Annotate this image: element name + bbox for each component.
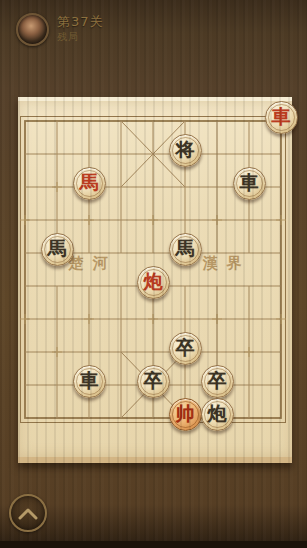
piece-black-卒[interactable]: 卒 [137, 365, 170, 398]
piece-black-馬[interactable]: 馬 [41, 233, 74, 266]
piece-red-帅[interactable]: 帅 [169, 398, 202, 431]
mode-label: 残局 [57, 32, 104, 42]
player-avatar[interactable] [16, 13, 49, 46]
level-label: 第37关 [57, 15, 104, 28]
piece-character: 将 [176, 140, 195, 159]
expand-button[interactable] [9, 494, 47, 532]
header-text: 第37关 残局 [57, 15, 104, 42]
piece-character: 卒 [144, 371, 163, 390]
bottom-edge-strip [0, 541, 307, 548]
piece-red-車[interactable]: 車 [265, 101, 298, 134]
chevron-up-icon [17, 506, 39, 521]
piece-character: 炮 [144, 272, 163, 291]
piece-character: 馬 [48, 239, 67, 258]
piece-character: 馬 [80, 173, 99, 192]
piece-character: 炮 [208, 404, 227, 423]
piece-black-車[interactable]: 車 [73, 365, 106, 398]
phone-screen: 第37关 残局 楚河 漢界 車将馬車馬馬炮卒車卒卒帅炮 [0, 0, 307, 548]
piece-black-馬[interactable]: 馬 [169, 233, 202, 266]
piece-black-炮[interactable]: 炮 [201, 398, 234, 431]
piece-character: 卒 [208, 371, 227, 390]
piece-black-車[interactable]: 車 [233, 167, 266, 200]
bottom-bar [0, 453, 307, 548]
top-bar: 第37关 残局 [0, 0, 307, 97]
piece-black-卒[interactable]: 卒 [201, 365, 234, 398]
piece-character: 帅 [176, 404, 195, 423]
piece-character: 車 [80, 371, 99, 390]
piece-red-馬[interactable]: 馬 [73, 167, 106, 200]
piece-character: 車 [240, 173, 259, 192]
piece-black-将[interactable]: 将 [169, 134, 202, 167]
piece-character: 馬 [176, 239, 195, 258]
piece-character: 車 [272, 107, 291, 126]
piece-red-炮[interactable]: 炮 [137, 266, 170, 299]
piece-black-卒[interactable]: 卒 [169, 332, 202, 365]
piece-character: 卒 [176, 338, 195, 357]
